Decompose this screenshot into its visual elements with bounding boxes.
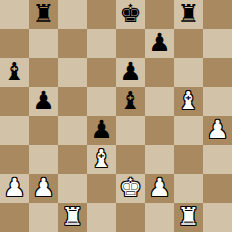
black-pawn-d4: ♟ <box>90 115 112 144</box>
square-g6[interactable] <box>174 58 203 87</box>
square-b2[interactable]: ♟ <box>29 174 58 203</box>
square-g7[interactable] <box>174 29 203 58</box>
black-bishop-a6: ♝ <box>3 57 25 86</box>
square-c3[interactable] <box>58 145 87 174</box>
black-bishop-e5: ♝ <box>119 86 141 115</box>
black-rook-g8: ♜ <box>177 0 199 28</box>
square-a8[interactable] <box>0 0 29 29</box>
square-e3[interactable] <box>116 145 145 174</box>
square-d5[interactable] <box>87 87 116 116</box>
square-c4[interactable] <box>58 116 87 145</box>
square-e8[interactable]: ♚ <box>116 0 145 29</box>
square-d1[interactable] <box>87 203 116 232</box>
square-h8[interactable] <box>203 0 232 29</box>
chess-board: ♜♚♜♟♝♟♟♝♝♟♟♝♟♟♚♟♜♜ <box>0 0 232 232</box>
square-e7[interactable] <box>116 29 145 58</box>
black-pawn-b5: ♟ <box>32 86 54 115</box>
square-g1[interactable]: ♜ <box>174 203 203 232</box>
square-h2[interactable] <box>203 174 232 203</box>
square-d2[interactable] <box>87 174 116 203</box>
square-f2[interactable]: ♟ <box>145 174 174 203</box>
square-a3[interactable] <box>0 145 29 174</box>
square-a4[interactable] <box>0 116 29 145</box>
square-g3[interactable] <box>174 145 203 174</box>
square-c5[interactable] <box>58 87 87 116</box>
square-e4[interactable] <box>116 116 145 145</box>
square-b1[interactable] <box>29 203 58 232</box>
square-e6[interactable]: ♟ <box>116 58 145 87</box>
square-g2[interactable] <box>174 174 203 203</box>
square-b7[interactable] <box>29 29 58 58</box>
square-a1[interactable] <box>0 203 29 232</box>
square-b4[interactable] <box>29 116 58 145</box>
square-d3[interactable]: ♝ <box>87 145 116 174</box>
white-rook-c1: ♜ <box>61 202 83 231</box>
square-d4[interactable]: ♟ <box>87 116 116 145</box>
black-king-e8: ♚ <box>119 0 141 28</box>
white-bishop-g5: ♝ <box>177 86 199 115</box>
square-h7[interactable] <box>203 29 232 58</box>
white-pawn-h4: ♟ <box>206 115 228 144</box>
square-h6[interactable] <box>203 58 232 87</box>
square-c6[interactable] <box>58 58 87 87</box>
square-c2[interactable] <box>58 174 87 203</box>
square-a7[interactable] <box>0 29 29 58</box>
black-pawn-f7: ♟ <box>148 28 170 57</box>
white-pawn-b2: ♟ <box>32 173 54 202</box>
white-king-e2: ♚ <box>119 173 141 202</box>
square-b3[interactable] <box>29 145 58 174</box>
square-g4[interactable] <box>174 116 203 145</box>
square-f8[interactable] <box>145 0 174 29</box>
square-f7[interactable]: ♟ <box>145 29 174 58</box>
square-e5[interactable]: ♝ <box>116 87 145 116</box>
square-h3[interactable] <box>203 145 232 174</box>
square-d8[interactable] <box>87 0 116 29</box>
square-b6[interactable] <box>29 58 58 87</box>
white-pawn-a2: ♟ <box>3 173 25 202</box>
white-pawn-f2: ♟ <box>148 173 170 202</box>
black-pawn-e6: ♟ <box>119 57 141 86</box>
square-a5[interactable] <box>0 87 29 116</box>
square-b8[interactable]: ♜ <box>29 0 58 29</box>
square-c8[interactable] <box>58 0 87 29</box>
square-d7[interactable] <box>87 29 116 58</box>
square-e1[interactable] <box>116 203 145 232</box>
square-d6[interactable] <box>87 58 116 87</box>
black-rook-b8: ♜ <box>32 0 54 28</box>
square-f6[interactable] <box>145 58 174 87</box>
square-a2[interactable]: ♟ <box>0 174 29 203</box>
square-f1[interactable] <box>145 203 174 232</box>
square-c1[interactable]: ♜ <box>58 203 87 232</box>
square-f5[interactable] <box>145 87 174 116</box>
square-h5[interactable] <box>203 87 232 116</box>
square-f4[interactable] <box>145 116 174 145</box>
square-g5[interactable]: ♝ <box>174 87 203 116</box>
square-g8[interactable]: ♜ <box>174 0 203 29</box>
square-h1[interactable] <box>203 203 232 232</box>
square-h4[interactable]: ♟ <box>203 116 232 145</box>
white-bishop-d3: ♝ <box>90 144 112 173</box>
square-f3[interactable] <box>145 145 174 174</box>
square-e2[interactable]: ♚ <box>116 174 145 203</box>
square-a6[interactable]: ♝ <box>0 58 29 87</box>
white-rook-g1: ♜ <box>177 202 199 231</box>
square-b5[interactable]: ♟ <box>29 87 58 116</box>
square-c7[interactable] <box>58 29 87 58</box>
